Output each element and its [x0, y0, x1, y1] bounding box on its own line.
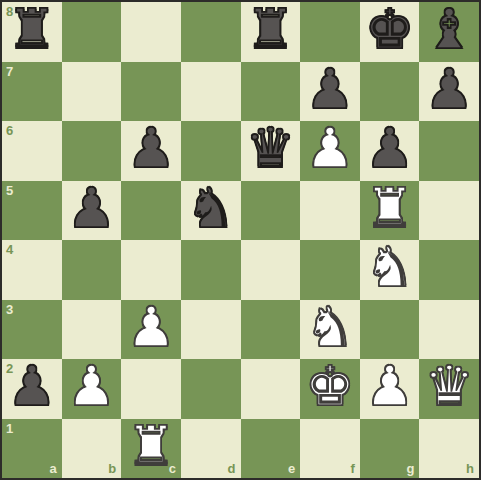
piece-white-king[interactable]: ♚: [305, 359, 354, 414]
square-f6[interactable]: ♟: [300, 121, 360, 181]
file-label-a: a: [49, 462, 56, 475]
square-c3[interactable]: ♟: [121, 300, 181, 360]
square-h6[interactable]: [419, 121, 479, 181]
square-h5[interactable]: [419, 181, 479, 241]
square-a6[interactable]: 6: [2, 121, 62, 181]
square-c8[interactable]: [121, 2, 181, 62]
file-label-f: f: [350, 462, 354, 475]
piece-black-pawn[interactable]: ♟: [7, 359, 56, 414]
file-label-h: h: [466, 462, 474, 475]
piece-white-pawn[interactable]: ♟: [365, 359, 414, 414]
square-d8[interactable]: [181, 2, 241, 62]
square-d5[interactable]: ♞: [181, 181, 241, 241]
square-e3[interactable]: [241, 300, 301, 360]
square-c1[interactable]: c♜: [121, 419, 181, 479]
square-f4[interactable]: [300, 240, 360, 300]
square-d6[interactable]: [181, 121, 241, 181]
square-d7[interactable]: [181, 62, 241, 122]
rank-label-7: 7: [6, 65, 13, 78]
square-g3[interactable]: [360, 300, 420, 360]
square-d1[interactable]: d: [181, 419, 241, 479]
square-a7[interactable]: 7: [2, 62, 62, 122]
square-a2[interactable]: 2♟: [2, 359, 62, 419]
square-f3[interactable]: ♞: [300, 300, 360, 360]
square-d2[interactable]: [181, 359, 241, 419]
rank-label-4: 4: [6, 243, 13, 256]
square-a3[interactable]: 3: [2, 300, 62, 360]
piece-black-knight[interactable]: ♞: [186, 181, 235, 236]
square-e5[interactable]: [241, 181, 301, 241]
square-c4[interactable]: [121, 240, 181, 300]
square-c2[interactable]: [121, 359, 181, 419]
square-b5[interactable]: ♟: [62, 181, 122, 241]
piece-white-rook[interactable]: ♜: [126, 419, 175, 474]
file-label-g: g: [406, 462, 414, 475]
piece-white-knight[interactable]: ♞: [365, 240, 414, 295]
piece-white-queen[interactable]: ♛: [425, 359, 474, 414]
square-h1[interactable]: h: [419, 419, 479, 479]
square-e7[interactable]: [241, 62, 301, 122]
file-label-b: b: [108, 462, 116, 475]
piece-black-bishop[interactable]: ♝: [425, 2, 474, 57]
square-b2[interactable]: ♟: [62, 359, 122, 419]
square-e8[interactable]: ♜: [241, 2, 301, 62]
rank-label-1: 1: [6, 422, 13, 435]
square-d4[interactable]: [181, 240, 241, 300]
piece-black-pawn[interactable]: ♟: [365, 121, 414, 176]
square-b7[interactable]: [62, 62, 122, 122]
square-f8[interactable]: [300, 2, 360, 62]
square-e2[interactable]: [241, 359, 301, 419]
square-e6[interactable]: ♛: [241, 121, 301, 181]
square-h2[interactable]: ♛: [419, 359, 479, 419]
square-a1[interactable]: 1a: [2, 419, 62, 479]
piece-white-rook[interactable]: ♜: [365, 181, 414, 236]
piece-black-pawn[interactable]: ♟: [126, 121, 175, 176]
square-f7[interactable]: ♟: [300, 62, 360, 122]
square-b6[interactable]: [62, 121, 122, 181]
piece-white-pawn[interactable]: ♟: [67, 359, 116, 414]
square-e1[interactable]: e: [241, 419, 301, 479]
piece-black-pawn[interactable]: ♟: [67, 181, 116, 236]
square-e4[interactable]: [241, 240, 301, 300]
square-g7[interactable]: [360, 62, 420, 122]
square-c7[interactable]: [121, 62, 181, 122]
piece-white-knight[interactable]: ♞: [305, 300, 354, 355]
square-f1[interactable]: f: [300, 419, 360, 479]
square-a5[interactable]: 5: [2, 181, 62, 241]
square-g1[interactable]: g: [360, 419, 420, 479]
piece-black-pawn[interactable]: ♟: [305, 62, 354, 117]
square-g8[interactable]: ♚: [360, 2, 420, 62]
piece-black-queen[interactable]: ♛: [246, 121, 295, 176]
file-label-d: d: [228, 462, 236, 475]
square-b8[interactable]: [62, 2, 122, 62]
piece-black-rook[interactable]: ♜: [246, 2, 295, 57]
square-h4[interactable]: [419, 240, 479, 300]
square-a8[interactable]: 8♜: [2, 2, 62, 62]
square-h3[interactable]: [419, 300, 479, 360]
square-h8[interactable]: ♝: [419, 2, 479, 62]
square-g6[interactable]: ♟: [360, 121, 420, 181]
square-a4[interactable]: 4: [2, 240, 62, 300]
square-c6[interactable]: ♟: [121, 121, 181, 181]
piece-black-pawn[interactable]: ♟: [425, 62, 474, 117]
square-g5[interactable]: ♜: [360, 181, 420, 241]
rank-label-6: 6: [6, 124, 13, 137]
piece-white-pawn[interactable]: ♟: [126, 300, 175, 355]
square-b4[interactable]: [62, 240, 122, 300]
piece-white-pawn[interactable]: ♟: [305, 121, 354, 176]
square-f5[interactable]: [300, 181, 360, 241]
square-g2[interactable]: ♟: [360, 359, 420, 419]
chess-board: 8♜♜♚♝7♟♟6♟♛♟♟5♟♞♜4♞3♟♞2♟♟♚♟♛1abc♜defgh: [0, 0, 481, 480]
square-g4[interactable]: ♞: [360, 240, 420, 300]
square-f2[interactable]: ♚: [300, 359, 360, 419]
rank-label-5: 5: [6, 184, 13, 197]
square-b1[interactable]: b: [62, 419, 122, 479]
square-c5[interactable]: [121, 181, 181, 241]
file-label-e: e: [288, 462, 295, 475]
square-d3[interactable]: [181, 300, 241, 360]
square-h7[interactable]: ♟: [419, 62, 479, 122]
piece-black-king[interactable]: ♚: [365, 2, 414, 57]
piece-black-rook[interactable]: ♜: [7, 2, 56, 57]
square-b3[interactable]: [62, 300, 122, 360]
rank-label-3: 3: [6, 303, 13, 316]
